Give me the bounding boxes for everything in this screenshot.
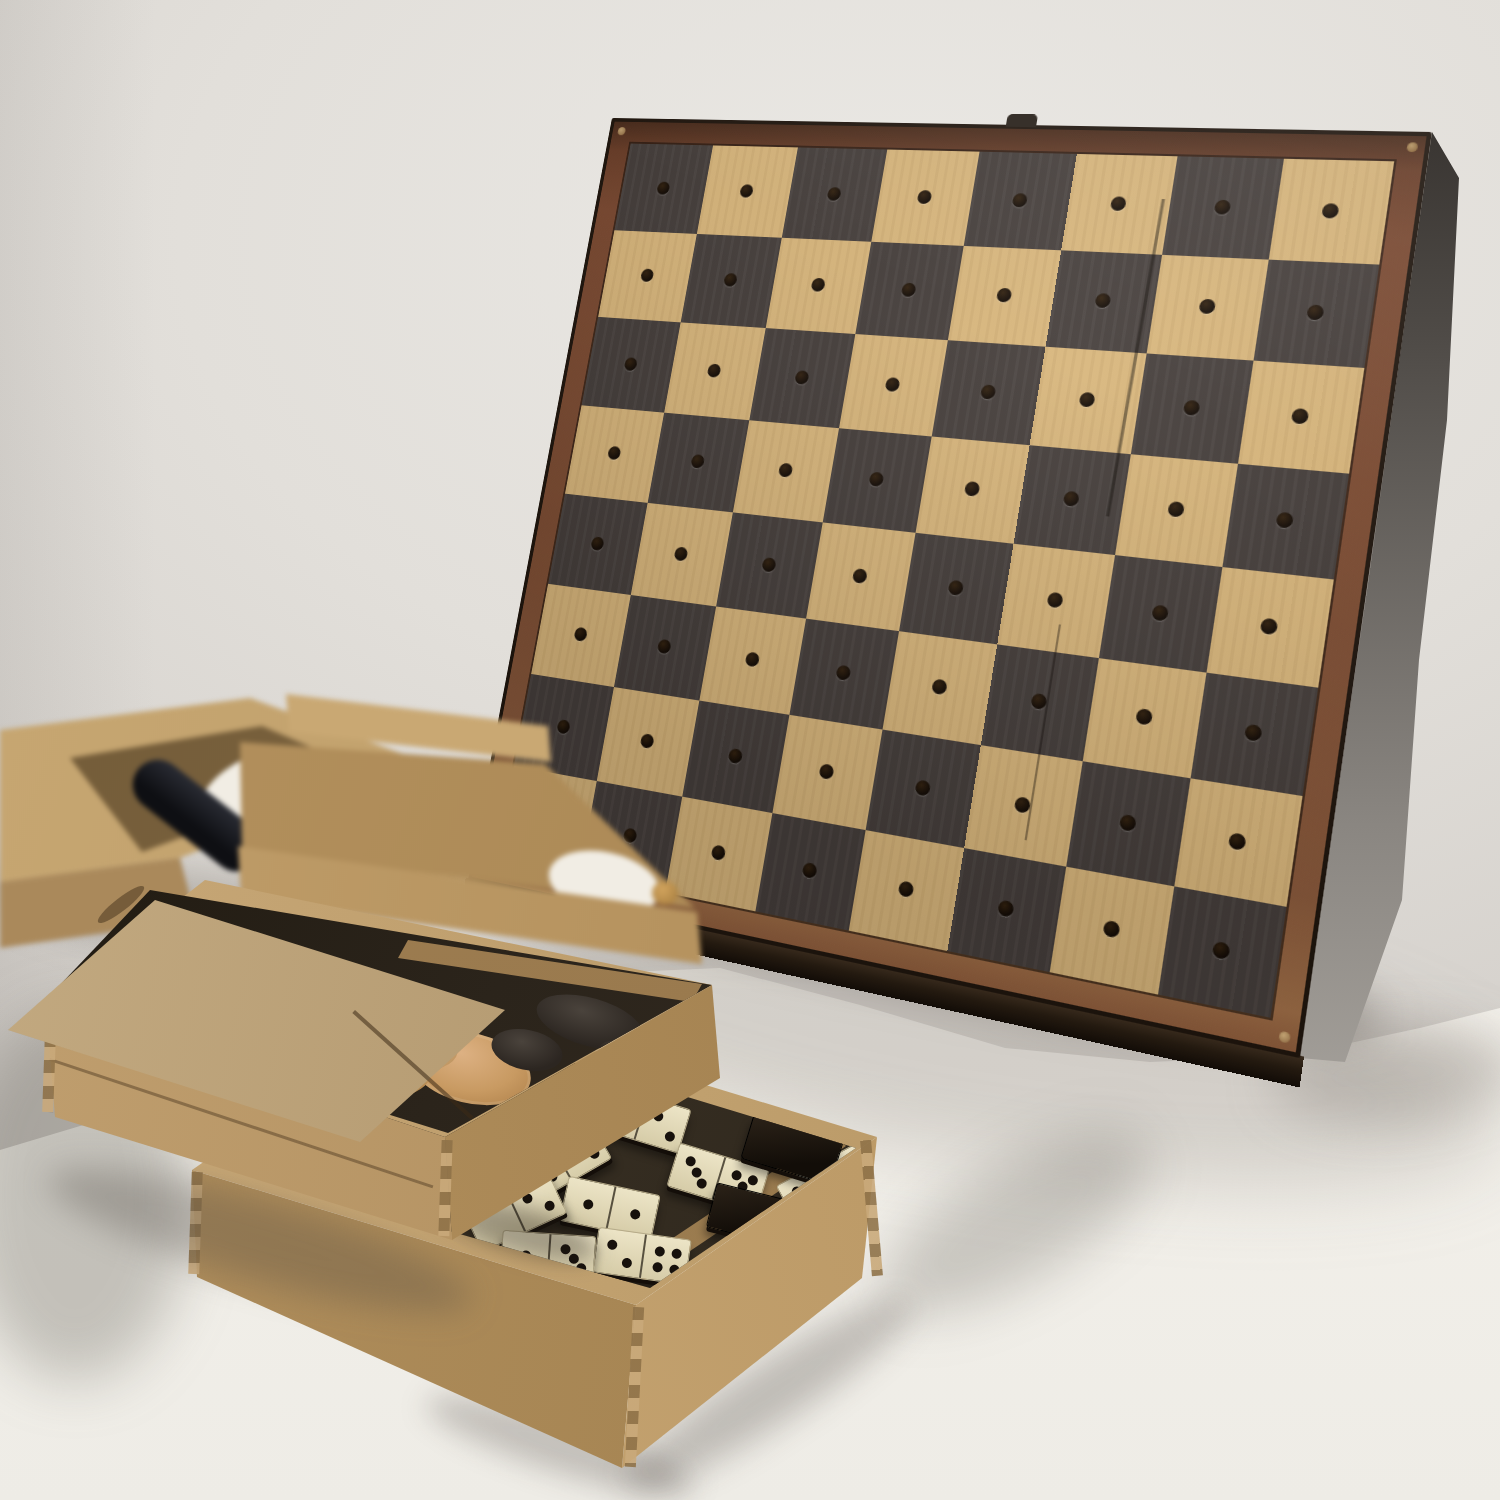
pip-icon <box>621 1257 632 1268</box>
domino-half <box>593 1228 645 1278</box>
pip-icon <box>607 1239 618 1250</box>
pip-icon <box>684 1155 696 1167</box>
pip-icon <box>671 1248 682 1259</box>
pip-icon <box>730 1169 742 1181</box>
pip-icon <box>655 1246 666 1257</box>
pip-icon <box>690 1166 702 1178</box>
pip-icon <box>543 1199 556 1212</box>
pip-icon <box>747 1175 759 1187</box>
pip-icon <box>652 1262 663 1273</box>
pip-icon <box>696 1177 708 1189</box>
pip-icon <box>582 1198 594 1210</box>
pip-icon <box>663 1130 675 1142</box>
scene <box>0 0 1500 1500</box>
wooden-piece <box>652 881 678 905</box>
pip-icon <box>629 1208 641 1220</box>
